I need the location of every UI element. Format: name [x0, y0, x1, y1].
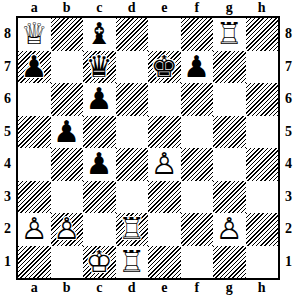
- square-e2[interactable]: [148, 213, 181, 246]
- square-g4[interactable]: [213, 148, 246, 181]
- piece-bP-b5: ♟: [51, 116, 84, 149]
- square-b4[interactable]: [51, 148, 84, 181]
- rank-label-2: 2: [0, 213, 15, 246]
- piece-bB-c8: ♝: [83, 18, 116, 51]
- square-d4[interactable]: [116, 148, 149, 181]
- square-c8[interactable]: ♝♝: [83, 18, 116, 51]
- square-c7[interactable]: ♛♛: [83, 51, 116, 84]
- square-f4[interactable]: [181, 148, 214, 181]
- piece-halo: ♟: [148, 148, 181, 181]
- square-e6[interactable]: [148, 83, 181, 116]
- square-b8[interactable]: [51, 18, 84, 51]
- piece-wR-g8: ♖: [213, 18, 246, 51]
- piece-wP-g2: ♙: [213, 213, 246, 246]
- piece-wK-c1: ♔: [83, 246, 116, 279]
- file-label-d: d: [116, 280, 149, 295]
- piece-halo: ♟: [18, 51, 51, 84]
- file-label-h: h: [246, 280, 279, 295]
- square-e8[interactable]: [148, 18, 181, 51]
- square-f2[interactable]: [181, 213, 214, 246]
- file-label-d: d: [116, 0, 149, 16]
- piece-halo: ♟: [213, 213, 246, 246]
- chess-diagram: abcdefgh 87654321 ♛♕♝♝♜♖♟♟♛♛♚♚♟♟♟♟♟♟♟♟♟♙…: [0, 0, 295, 295]
- piece-halo: ♟: [83, 148, 116, 181]
- file-labels-top: abcdefgh: [18, 0, 278, 15]
- piece-bP-c4: ♟: [83, 148, 116, 181]
- piece-halo: ♜: [116, 246, 149, 279]
- square-f3[interactable]: [181, 181, 214, 214]
- piece-halo: ♟: [51, 213, 84, 246]
- square-c2[interactable]: [83, 213, 116, 246]
- piece-bQ-c7: ♛: [83, 51, 116, 84]
- chess-board: ♛♕♝♝♜♖♟♟♛♛♚♚♟♟♟♟♟♟♟♟♟♙♟♙♟♙♜♖♟♙♚♔♜♖: [16, 16, 280, 280]
- file-label-a: a: [18, 0, 51, 16]
- square-g7[interactable]: [213, 51, 246, 84]
- square-a8[interactable]: ♛♕: [18, 18, 51, 51]
- file-label-c: c: [83, 0, 116, 16]
- piece-wP-b2: ♙: [51, 213, 84, 246]
- rank-label-3: 3: [0, 181, 15, 214]
- file-label-f: f: [181, 0, 214, 16]
- piece-halo: ♟: [83, 83, 116, 116]
- square-f5[interactable]: [181, 116, 214, 149]
- square-f6[interactable]: [181, 83, 214, 116]
- file-label-c: c: [83, 280, 116, 295]
- rank-label-6: 6: [0, 83, 15, 116]
- rank-label-1: 1: [0, 246, 15, 279]
- square-a4[interactable]: [18, 148, 51, 181]
- square-b7[interactable]: [51, 51, 84, 84]
- file-label-a: a: [18, 280, 51, 295]
- square-d5[interactable]: [116, 116, 149, 149]
- piece-halo: ♟: [18, 213, 51, 246]
- square-a2[interactable]: ♟♙: [18, 213, 51, 246]
- rank-label-4: 4: [0, 148, 15, 181]
- square-b3[interactable]: [51, 181, 84, 214]
- square-e1[interactable]: [148, 246, 181, 279]
- square-g8[interactable]: ♜♖: [213, 18, 246, 51]
- piece-halo: ♛: [83, 51, 116, 84]
- rank-label-8: 8: [0, 18, 15, 51]
- square-f7[interactable]: ♟♟: [181, 51, 214, 84]
- square-c1[interactable]: ♚♔: [83, 246, 116, 279]
- file-labels-bottom: abcdefgh: [18, 280, 278, 295]
- rank-label-4: 4: [281, 148, 295, 181]
- square-h2[interactable]: [246, 213, 279, 246]
- file-label-g: g: [213, 0, 246, 16]
- square-a1[interactable]: [18, 246, 51, 279]
- file-label-h: h: [246, 0, 279, 16]
- square-g6[interactable]: [213, 83, 246, 116]
- piece-bK-e7: ♚: [148, 51, 181, 84]
- square-h3[interactable]: [246, 181, 279, 214]
- square-h4[interactable]: [246, 148, 279, 181]
- square-a5[interactable]: [18, 116, 51, 149]
- rank-label-8: 8: [281, 18, 295, 51]
- square-d2[interactable]: ♜♖: [116, 213, 149, 246]
- piece-halo: ♜: [116, 213, 149, 246]
- rank-label-7: 7: [0, 51, 15, 84]
- square-h1[interactable]: [246, 246, 279, 279]
- square-e5[interactable]: [148, 116, 181, 149]
- square-d8[interactable]: [116, 18, 149, 51]
- file-label-g: g: [213, 280, 246, 295]
- square-a7[interactable]: ♟♟: [18, 51, 51, 84]
- square-g5[interactable]: [213, 116, 246, 149]
- square-b6[interactable]: [51, 83, 84, 116]
- piece-wR-d1: ♖: [116, 246, 149, 279]
- piece-halo: ♛: [18, 18, 51, 51]
- piece-bP-a7: ♟: [18, 51, 51, 84]
- square-g1[interactable]: [213, 246, 246, 279]
- piece-halo: ♚: [83, 246, 116, 279]
- piece-bP-f7: ♟: [181, 51, 214, 84]
- piece-halo: ♟: [51, 116, 84, 149]
- square-h6[interactable]: [246, 83, 279, 116]
- file-label-b: b: [51, 280, 84, 295]
- square-f1[interactable]: [181, 246, 214, 279]
- square-g3[interactable]: [213, 181, 246, 214]
- piece-halo: ♚: [148, 51, 181, 84]
- square-b2[interactable]: ♟♙: [51, 213, 84, 246]
- piece-bP-c6: ♟: [83, 83, 116, 116]
- square-h5[interactable]: [246, 116, 279, 149]
- square-h7[interactable]: [246, 51, 279, 84]
- piece-wQ-a8: ♕: [18, 18, 51, 51]
- square-f8[interactable]: [181, 18, 214, 51]
- square-c4[interactable]: ♟♟: [83, 148, 116, 181]
- square-g2[interactable]: ♟♙: [213, 213, 246, 246]
- rank-label-5: 5: [281, 116, 295, 149]
- rank-labels-right: 87654321: [281, 18, 295, 278]
- square-d3[interactable]: [116, 181, 149, 214]
- piece-wR-d2: ♖: [116, 213, 149, 246]
- piece-wP-a2: ♙: [18, 213, 51, 246]
- square-a6[interactable]: [18, 83, 51, 116]
- file-label-b: b: [51, 0, 84, 16]
- rank-label-7: 7: [281, 51, 295, 84]
- rank-label-3: 3: [281, 181, 295, 214]
- square-d1[interactable]: ♜♖: [116, 246, 149, 279]
- piece-halo: ♟: [181, 51, 214, 84]
- square-e3[interactable]: [148, 181, 181, 214]
- square-a3[interactable]: [18, 181, 51, 214]
- piece-halo: ♝: [83, 18, 116, 51]
- square-e7[interactable]: ♚♚: [148, 51, 181, 84]
- square-d7[interactable]: [116, 51, 149, 84]
- square-c5[interactable]: [83, 116, 116, 149]
- file-label-e: e: [148, 0, 181, 16]
- square-c6[interactable]: ♟♟: [83, 83, 116, 116]
- square-d6[interactable]: [116, 83, 149, 116]
- square-b1[interactable]: [51, 246, 84, 279]
- piece-halo: ♜: [213, 18, 246, 51]
- square-b5[interactable]: ♟♟: [51, 116, 84, 149]
- square-h8[interactable]: [246, 18, 279, 51]
- piece-wP-e4: ♙: [148, 148, 181, 181]
- file-label-f: f: [181, 280, 214, 295]
- rank-label-2: 2: [281, 213, 295, 246]
- rank-label-6: 6: [281, 83, 295, 116]
- rank-labels-left: 87654321: [0, 18, 15, 278]
- rank-label-1: 1: [281, 246, 295, 279]
- square-c3[interactable]: [83, 181, 116, 214]
- file-label-e: e: [148, 280, 181, 295]
- rank-label-5: 5: [0, 116, 15, 149]
- square-e4[interactable]: ♟♙: [148, 148, 181, 181]
